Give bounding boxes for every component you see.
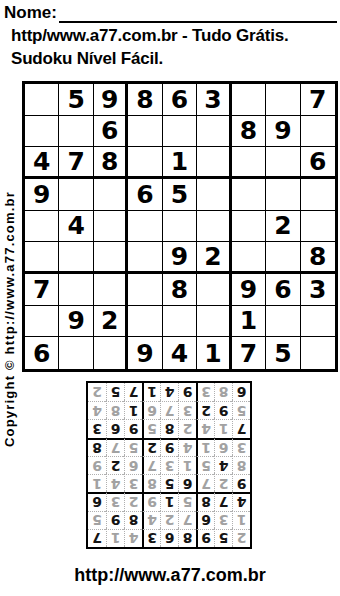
solution-cell-r6c2: 6 xyxy=(214,438,232,456)
cell-r5c3[interactable] xyxy=(94,211,128,243)
solution-grid: 2598634171367248954785192369276583418451… xyxy=(86,381,252,549)
cell-r3c5: 1 xyxy=(163,147,197,179)
solution-cell-r8c5: 7 xyxy=(160,401,178,419)
solution-cell-r8c2: 9 xyxy=(214,401,232,419)
cell-r9c2[interactable] xyxy=(59,337,93,369)
cell-r6c9: 8 xyxy=(301,242,335,274)
cell-r1c5: 6 xyxy=(163,84,197,116)
solution-cell-r1c7: 4 xyxy=(124,529,142,547)
cell-r4c7[interactable] xyxy=(232,179,266,211)
solution-cell-r4c7: 3 xyxy=(124,474,142,492)
solution-cell-r4c9: 1 xyxy=(88,474,106,492)
main-grid: 598637689478169654292878963921694175 xyxy=(22,81,338,372)
cell-r7c9: 3 xyxy=(301,274,335,306)
solution-cell-r5c9: 9 xyxy=(88,456,106,474)
solution-cell-r2c3: 6 xyxy=(196,511,214,529)
solution-cell-r7c9: 3 xyxy=(88,419,106,437)
cell-r5c9[interactable] xyxy=(301,211,335,243)
cell-r9c6: 1 xyxy=(197,337,231,369)
solution-cell-r2c2: 3 xyxy=(214,511,232,529)
cell-r6c3[interactable] xyxy=(94,242,128,274)
cell-r9c4: 9 xyxy=(128,337,162,369)
solution-cell-r5c8: 2 xyxy=(106,456,124,474)
solution-cell-r5c6: 7 xyxy=(142,456,160,474)
solution-cell-r5c7: 6 xyxy=(124,456,142,474)
cell-r5c7[interactable] xyxy=(232,211,266,243)
cell-r1c3: 9 xyxy=(94,84,128,116)
solution-cell-r8c8: 8 xyxy=(106,401,124,419)
solution-cell-r3c4: 5 xyxy=(178,492,196,510)
cell-r2c1[interactable] xyxy=(25,116,59,148)
cell-r6c6: 2 xyxy=(197,242,231,274)
cell-r7c1: 7 xyxy=(25,274,59,306)
cell-r4c4: 6 xyxy=(128,179,162,211)
solution-cell-r7c3: 4 xyxy=(196,419,214,437)
solution-cell-r1c2: 5 xyxy=(214,529,232,547)
solution-cell-r7c8: 6 xyxy=(106,419,124,437)
cell-r3c7[interactable] xyxy=(232,147,266,179)
cell-r9c5: 4 xyxy=(163,337,197,369)
solution-cell-r7c5: 8 xyxy=(160,419,178,437)
cell-r7c6[interactable] xyxy=(197,274,231,306)
cell-r4c3[interactable] xyxy=(94,179,128,211)
cell-r6c1[interactable] xyxy=(25,242,59,274)
cell-r9c7: 7 xyxy=(232,337,266,369)
solution-cell-r4c1: 9 xyxy=(232,474,250,492)
solution-cell-r4c6: 8 xyxy=(142,474,160,492)
cell-r3c1: 4 xyxy=(25,147,59,179)
cell-r6c5: 9 xyxy=(163,242,197,274)
solution-cell-r4c5: 5 xyxy=(160,474,178,492)
cell-r9c8: 5 xyxy=(266,337,300,369)
solution-cell-r9c5: 4 xyxy=(160,383,178,401)
cell-r5c8: 2 xyxy=(266,211,300,243)
solution-cell-r4c8: 4 xyxy=(106,474,124,492)
cell-r6c4[interactable] xyxy=(128,242,162,274)
solution-cell-r5c2: 4 xyxy=(214,456,232,474)
cell-r6c8[interactable] xyxy=(266,242,300,274)
name-underline[interactable] xyxy=(59,2,337,23)
cell-r3c8[interactable] xyxy=(266,147,300,179)
cell-r3c3: 8 xyxy=(94,147,128,179)
solution-cell-r4c2: 2 xyxy=(214,474,232,492)
solution-cell-r9c2: 8 xyxy=(214,383,232,401)
solution-cell-r6c3: 1 xyxy=(196,438,214,456)
cell-r8c2: 9 xyxy=(59,306,93,338)
solution-cell-r1c9: 7 xyxy=(88,529,106,547)
cell-r3c6[interactable] xyxy=(197,147,231,179)
cell-r2c7: 8 xyxy=(232,116,266,148)
solution-cell-r2c7: 8 xyxy=(124,511,142,529)
cell-r4c2[interactable] xyxy=(59,179,93,211)
solution-cell-r6c6: 2 xyxy=(142,438,160,456)
cell-r2c9[interactable] xyxy=(301,116,335,148)
cell-r7c4[interactable] xyxy=(128,274,162,306)
cell-r8c5[interactable] xyxy=(163,306,197,338)
cell-r9c1: 6 xyxy=(25,337,59,369)
solution-cell-r5c5: 3 xyxy=(160,456,178,474)
site-url-header: http/www.a77.com.br - Tudo Grátis. xyxy=(11,26,289,46)
solution-cell-r5c1: 8 xyxy=(232,456,250,474)
solution-cell-r8c1: 5 xyxy=(232,401,250,419)
cell-r8c3: 2 xyxy=(94,306,128,338)
cell-r5c2: 4 xyxy=(59,211,93,243)
cell-r8c7: 1 xyxy=(232,306,266,338)
cell-r7c8: 6 xyxy=(266,274,300,306)
cell-r7c3[interactable] xyxy=(94,274,128,306)
cell-r2c2[interactable] xyxy=(59,116,93,148)
cell-r1c2: 5 xyxy=(59,84,93,116)
solution-cell-r3c9: 6 xyxy=(88,492,106,510)
cell-r2c5[interactable] xyxy=(163,116,197,148)
solution-cell-r1c6: 3 xyxy=(142,529,160,547)
solution-cell-r1c4: 8 xyxy=(178,529,196,547)
solution-cell-r8c3: 2 xyxy=(196,401,214,419)
cell-r8c1[interactable] xyxy=(25,306,59,338)
solution-cell-r9c3: 3 xyxy=(196,383,214,401)
solution-cell-r2c1: 1 xyxy=(232,511,250,529)
solution-cell-r6c8: 7 xyxy=(106,438,124,456)
cell-r7c5: 8 xyxy=(163,274,197,306)
solution-cell-r6c5: 9 xyxy=(160,438,178,456)
solution-cell-r9c4: 9 xyxy=(178,383,196,401)
solution-cell-r5c3: 5 xyxy=(196,456,214,474)
cell-r1c9: 7 xyxy=(301,84,335,116)
solution-cell-r2c6: 4 xyxy=(142,511,160,529)
solution-cell-r8c6: 6 xyxy=(142,401,160,419)
solution-cell-r2c8: 9 xyxy=(106,511,124,529)
cell-r5c4[interactable] xyxy=(128,211,162,243)
sudoku-printable-page: Nome: http/www.a77.com.br - Tudo Grátis.… xyxy=(0,0,340,596)
solution-cell-r1c5: 6 xyxy=(160,529,178,547)
cell-r1c4: 8 xyxy=(128,84,162,116)
cell-r5c5[interactable] xyxy=(163,211,197,243)
solution-cell-r1c3: 9 xyxy=(196,529,214,547)
solution-cell-r3c6: 9 xyxy=(142,492,160,510)
cell-r9c9[interactable] xyxy=(301,337,335,369)
solution-cell-r5c4: 1 xyxy=(178,456,196,474)
solution-cell-r3c2: 7 xyxy=(214,492,232,510)
solution-cell-r7c4: 2 xyxy=(178,419,196,437)
cell-r6c7[interactable] xyxy=(232,242,266,274)
solution-cell-r1c8: 1 xyxy=(106,529,124,547)
cell-r3c9: 6 xyxy=(301,147,335,179)
cell-r2c8: 9 xyxy=(266,116,300,148)
solution-cell-r2c9: 5 xyxy=(88,511,106,529)
solution-cell-r6c4: 4 xyxy=(178,438,196,456)
cell-r5c6[interactable] xyxy=(197,211,231,243)
solution-cell-r2c4: 7 xyxy=(178,511,196,529)
cell-r3c4[interactable] xyxy=(128,147,162,179)
solution-cell-r9c9: 2 xyxy=(88,383,106,401)
solution-cell-r3c5: 1 xyxy=(160,492,178,510)
solution-cell-r9c6: 1 xyxy=(142,383,160,401)
cell-r1c1[interactable] xyxy=(25,84,59,116)
solution-cell-r3c8: 3 xyxy=(106,492,124,510)
cell-r2c4[interactable] xyxy=(128,116,162,148)
solution-cell-r7c6: 5 xyxy=(142,419,160,437)
footer-url: http://www.a77.com.br xyxy=(0,565,340,586)
solution-cell-r7c2: 1 xyxy=(214,419,232,437)
cell-r6c2[interactable] xyxy=(59,242,93,274)
cell-r7c2[interactable] xyxy=(59,274,93,306)
solution-cell-r3c7: 2 xyxy=(124,492,142,510)
cell-r8c8[interactable] xyxy=(266,306,300,338)
cell-r1c8[interactable] xyxy=(266,84,300,116)
cell-r8c6[interactable] xyxy=(197,306,231,338)
page-title: Sudoku Nível Fácil. xyxy=(11,49,163,69)
solution-cell-r4c3: 7 xyxy=(196,474,214,492)
name-row: Nome: xyxy=(4,2,337,23)
cell-r8c4[interactable] xyxy=(128,306,162,338)
cell-r4c8[interactable] xyxy=(266,179,300,211)
solution-cell-r7c1: 7 xyxy=(232,419,250,437)
copyright-vertical-text: Copyright © http://www.a77.com.br xyxy=(2,146,18,447)
cell-r4c6[interactable] xyxy=(197,179,231,211)
solution-cell-r9c8: 5 xyxy=(106,383,124,401)
solution-cell-r8c4: 3 xyxy=(178,401,196,419)
solution-cell-r4c4: 6 xyxy=(178,474,196,492)
solution-cell-r2c5: 2 xyxy=(160,511,178,529)
cell-r2c6[interactable] xyxy=(197,116,231,148)
solution-cell-r8c7: 1 xyxy=(124,401,142,419)
cell-r8c9[interactable] xyxy=(301,306,335,338)
cell-r9c3[interactable] xyxy=(94,337,128,369)
solution-cell-r3c3: 8 xyxy=(196,492,214,510)
cell-r4c1: 9 xyxy=(25,179,59,211)
solution-cell-r6c1: 3 xyxy=(232,438,250,456)
solution-cell-r6c9: 8 xyxy=(88,438,106,456)
solution-cell-r6c7: 5 xyxy=(124,438,142,456)
cell-r4c5: 5 xyxy=(163,179,197,211)
solution-cell-r9c1: 6 xyxy=(232,383,250,401)
cell-r4c9[interactable] xyxy=(301,179,335,211)
cell-r3c2: 7 xyxy=(59,147,93,179)
solution-cell-r9c7: 7 xyxy=(124,383,142,401)
cell-r2c3: 6 xyxy=(94,116,128,148)
cell-r7c7: 9 xyxy=(232,274,266,306)
cell-r1c6: 3 xyxy=(197,84,231,116)
solution-cell-r3c1: 4 xyxy=(232,492,250,510)
name-label: Nome: xyxy=(4,3,57,23)
solution-cell-r8c9: 4 xyxy=(88,401,106,419)
cell-r1c7[interactable] xyxy=(232,84,266,116)
cell-r5c1[interactable] xyxy=(25,211,59,243)
solution-cell-r7c7: 9 xyxy=(124,419,142,437)
solution-cell-r1c1: 2 xyxy=(232,529,250,547)
